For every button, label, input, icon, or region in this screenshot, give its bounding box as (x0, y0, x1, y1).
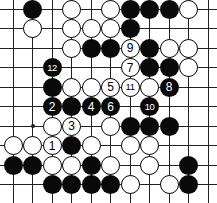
move-8-black-stone: 8 (160, 78, 179, 97)
star-point (31, 124, 35, 128)
white-stone (82, 136, 101, 155)
white-stone (62, 156, 81, 175)
black-stone (4, 156, 23, 175)
white-stone (23, 19, 42, 38)
black-stone (121, 0, 140, 19)
black-stone (82, 175, 101, 194)
white-stone (140, 78, 159, 97)
white-stone (62, 19, 81, 38)
white-stone (101, 156, 120, 175)
move-number-label: 9 (127, 42, 134, 54)
move-9-white-stone: 9 (121, 39, 140, 58)
move-4-black-stone: 4 (82, 97, 101, 116)
black-stone (101, 175, 120, 194)
white-stone (43, 117, 62, 136)
move-number-label: 8 (166, 81, 173, 93)
black-stone (140, 58, 159, 77)
black-stone (140, 39, 159, 58)
move-number-label: 7 (127, 61, 134, 73)
black-stone (160, 117, 179, 136)
black-stone (82, 156, 101, 175)
white-stone (101, 0, 120, 19)
move-number-label: 2 (49, 100, 56, 112)
black-stone (43, 175, 62, 194)
move-number-label: 4 (88, 100, 95, 112)
black-stone (62, 175, 81, 194)
go-board-diagram: 912751182461031 (0, 0, 217, 203)
white-stone (121, 136, 140, 155)
black-stone (62, 136, 81, 155)
white-stone (62, 0, 81, 19)
black-stone (43, 78, 62, 97)
move-6-black-stone: 6 (101, 97, 120, 116)
white-stone (160, 39, 179, 58)
white-stone (43, 156, 62, 175)
black-stone (160, 58, 179, 77)
move-number-label: 3 (68, 120, 75, 132)
black-stone (179, 175, 198, 194)
black-stone (101, 39, 120, 58)
white-stone (101, 19, 120, 38)
black-stone (23, 156, 42, 175)
move-number-label: 1 (49, 139, 56, 151)
move-1-white-stone: 1 (43, 136, 62, 155)
black-stone (179, 156, 198, 175)
black-stone (140, 0, 159, 19)
white-stone (62, 78, 81, 97)
move-10-black-stone: 10 (140, 97, 159, 116)
move-number-label: 5 (107, 81, 114, 93)
move-12-black-stone: 12 (43, 58, 62, 77)
white-stone (82, 19, 101, 38)
move-number-label: 6 (107, 100, 114, 112)
white-stone (121, 175, 140, 194)
white-stone (140, 136, 159, 155)
black-stone (82, 39, 101, 58)
white-stone (82, 78, 101, 97)
move-number-label: 12 (47, 62, 57, 72)
move-2-black-stone: 2 (43, 97, 62, 116)
black-stone (23, 0, 42, 19)
white-stone (101, 117, 120, 136)
black-stone (121, 19, 140, 38)
black-stone (160, 0, 179, 19)
white-stone (179, 39, 198, 58)
white-stone (160, 175, 179, 194)
black-stone (62, 97, 81, 116)
white-stone (23, 136, 42, 155)
move-7-white-stone: 7 (121, 58, 140, 77)
grid-line-vertical (169, 0, 170, 203)
move-3-white-stone: 3 (62, 117, 81, 136)
black-stone (140, 117, 159, 136)
grid-line-vertical (208, 0, 209, 203)
move-number-label: 11 (126, 82, 135, 92)
white-stone (179, 0, 198, 19)
white-stone (140, 156, 159, 175)
move-5-white-stone: 5 (101, 78, 120, 97)
white-stone (62, 39, 81, 58)
move-number-label: 10 (145, 101, 155, 111)
black-stone (121, 117, 140, 136)
white-stone (4, 136, 23, 155)
white-stone (179, 58, 198, 77)
move-11-white-stone: 11 (121, 78, 140, 97)
